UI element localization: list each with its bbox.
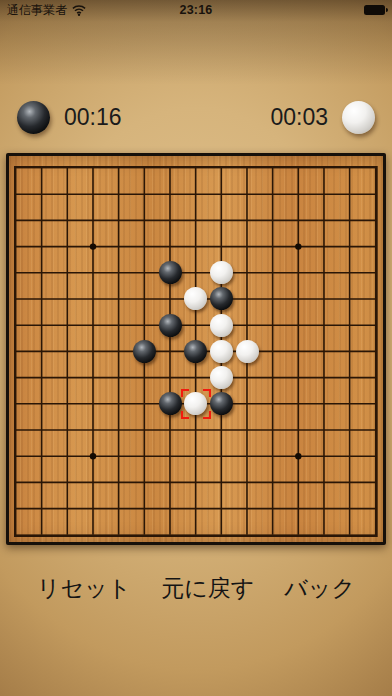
- stones-layer: [4, 155, 389, 548]
- carrier-label: 通信事業者: [7, 2, 67, 19]
- board-intersection: [209, 364, 235, 390]
- black-player-clock: 00:16: [17, 101, 122, 134]
- board-intersection: [234, 338, 260, 364]
- board-intersection: [157, 260, 183, 286]
- black-stone: [210, 392, 233, 415]
- black-stone: [159, 392, 182, 415]
- board-intersection: [209, 312, 235, 338]
- black-clock-time: 00:16: [64, 104, 122, 131]
- white-stone: [210, 366, 233, 389]
- white-stone: [210, 340, 233, 363]
- white-stone: [210, 314, 233, 337]
- white-stone: [184, 392, 207, 415]
- white-stone: [210, 261, 233, 284]
- white-stone-icon: [342, 101, 375, 134]
- bottom-toolbar: リセット 元に戻す バック: [0, 571, 392, 605]
- status-bar: 通信事業者 23:16: [0, 0, 392, 20]
- board-intersection: [157, 312, 183, 338]
- board-intersection: [209, 260, 235, 286]
- white-clock-time: 00:03: [270, 104, 328, 131]
- board-wood: [9, 156, 383, 542]
- board-intersection: [209, 286, 235, 312]
- board-intersection: [183, 286, 209, 312]
- goban[interactable]: [6, 153, 386, 545]
- black-stone-icon: [17, 101, 50, 134]
- wifi-icon: [72, 5, 86, 16]
- back-button[interactable]: バック: [284, 571, 355, 605]
- black-stone: [159, 314, 182, 337]
- reset-button[interactable]: リセット: [37, 571, 131, 605]
- status-clock: 23:16: [180, 3, 213, 17]
- clock-row: 00:16 00:03: [0, 100, 392, 134]
- white-stone: [184, 287, 207, 310]
- board-intersection: [132, 338, 158, 364]
- black-stone: [210, 287, 233, 310]
- black-stone: [133, 340, 156, 363]
- black-stone: [184, 340, 207, 363]
- board-intersection: [209, 391, 235, 417]
- board-intersection: [183, 391, 209, 417]
- board-intersection: [183, 338, 209, 364]
- board-intersection: [157, 391, 183, 417]
- white-stone: [236, 340, 259, 363]
- white-player-clock: 00:03: [270, 101, 375, 134]
- battery-icon: [364, 5, 385, 15]
- black-stone: [159, 261, 182, 284]
- undo-button[interactable]: 元に戻す: [161, 571, 254, 605]
- board-intersection: [209, 338, 235, 364]
- status-left: 通信事業者: [7, 2, 86, 19]
